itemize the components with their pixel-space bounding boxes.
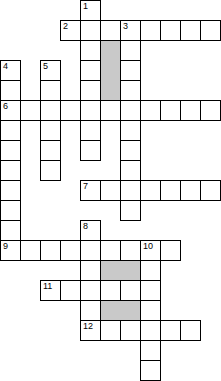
grid-cell[interactable] bbox=[140, 340, 161, 361]
clue-number: 9 bbox=[3, 241, 8, 251]
grid-cell[interactable] bbox=[0, 160, 21, 181]
clue-number: 12 bbox=[83, 321, 93, 331]
grid-cell[interactable] bbox=[40, 100, 61, 121]
shaded-cell bbox=[100, 300, 141, 321]
clue-number: 11 bbox=[43, 281, 52, 291]
grid-cell[interactable]: 7 bbox=[80, 180, 101, 201]
grid-cell[interactable] bbox=[120, 80, 141, 101]
grid-cell[interactable] bbox=[200, 100, 221, 121]
grid-cell[interactable] bbox=[140, 360, 161, 381]
grid-cell[interactable] bbox=[80, 60, 101, 81]
grid-cell[interactable] bbox=[80, 20, 101, 41]
grid-cell[interactable] bbox=[120, 280, 141, 301]
grid-cell[interactable]: 6 bbox=[0, 100, 21, 121]
grid-cell[interactable] bbox=[40, 240, 61, 261]
grid-cell[interactable] bbox=[80, 40, 101, 61]
grid-cell[interactable] bbox=[200, 180, 221, 201]
grid-cell[interactable] bbox=[140, 260, 161, 281]
grid-cell[interactable] bbox=[60, 280, 81, 301]
grid-cell[interactable] bbox=[180, 20, 201, 41]
grid-cell[interactable]: 5 bbox=[40, 60, 61, 81]
grid-cell[interactable] bbox=[80, 80, 101, 101]
grid-cell[interactable] bbox=[40, 140, 61, 161]
grid-cell[interactable] bbox=[120, 240, 141, 261]
grid-cell[interactable] bbox=[100, 180, 121, 201]
clue-number: 3 bbox=[123, 21, 128, 31]
grid-cell[interactable] bbox=[120, 100, 141, 121]
grid-cell[interactable]: 4 bbox=[0, 60, 21, 81]
crossword-board: 123456789101112 bbox=[0, 0, 221, 381]
grid-cell[interactable] bbox=[0, 200, 21, 221]
grid-cell[interactable] bbox=[120, 160, 141, 181]
grid-cell[interactable]: 8 bbox=[80, 220, 101, 241]
grid-cell[interactable]: 3 bbox=[120, 20, 141, 41]
grid-cell[interactable] bbox=[80, 140, 101, 161]
clue-number: 8 bbox=[83, 221, 88, 231]
grid-cell[interactable] bbox=[160, 320, 181, 341]
clue-number: 4 bbox=[3, 61, 8, 71]
grid-cell[interactable] bbox=[140, 180, 161, 201]
grid-cell[interactable] bbox=[120, 60, 141, 81]
grid-cell[interactable] bbox=[140, 280, 161, 301]
grid-cell[interactable] bbox=[120, 140, 141, 161]
grid-cell[interactable] bbox=[160, 100, 181, 121]
grid-cell[interactable] bbox=[100, 320, 121, 341]
grid-cell[interactable] bbox=[200, 20, 221, 41]
grid-cell[interactable]: 12 bbox=[80, 320, 101, 341]
grid-cell[interactable] bbox=[160, 180, 181, 201]
grid-cell[interactable] bbox=[40, 80, 61, 101]
grid-cell[interactable] bbox=[0, 140, 21, 161]
clue-number: 7 bbox=[83, 181, 88, 191]
grid-cell[interactable] bbox=[80, 120, 101, 141]
grid-cell[interactable] bbox=[140, 320, 161, 341]
grid-cell[interactable] bbox=[80, 280, 101, 301]
clue-number: 5 bbox=[43, 61, 48, 71]
grid-cell[interactable] bbox=[80, 260, 101, 281]
grid-cell[interactable] bbox=[180, 320, 201, 341]
grid-cell[interactable] bbox=[80, 300, 101, 321]
shaded-cell bbox=[100, 40, 121, 101]
clue-number: 2 bbox=[63, 21, 68, 31]
grid-cell[interactable] bbox=[100, 100, 121, 121]
grid-cell[interactable]: 1 bbox=[80, 0, 101, 21]
grid-cell[interactable] bbox=[0, 220, 21, 241]
grid-cell[interactable] bbox=[100, 20, 121, 41]
grid-cell[interactable] bbox=[120, 180, 141, 201]
grid-cell[interactable] bbox=[140, 100, 161, 121]
grid-cell[interactable] bbox=[160, 20, 181, 41]
grid-cell[interactable] bbox=[100, 280, 121, 301]
grid-cell[interactable]: 9 bbox=[0, 240, 21, 261]
clue-number: 10 bbox=[143, 241, 153, 251]
grid-cell[interactable] bbox=[120, 320, 141, 341]
grid-cell[interactable]: 10 bbox=[140, 240, 161, 261]
grid-cell[interactable] bbox=[0, 120, 21, 141]
grid-cell[interactable] bbox=[100, 240, 121, 261]
grid-cell[interactable] bbox=[160, 240, 181, 261]
grid-cell[interactable] bbox=[120, 120, 141, 141]
grid-cell[interactable]: 2 bbox=[60, 20, 81, 41]
grid-cell[interactable] bbox=[40, 120, 61, 141]
grid-cell[interactable] bbox=[180, 100, 201, 121]
grid-cell[interactable] bbox=[80, 100, 101, 121]
grid-cell[interactable] bbox=[20, 100, 41, 121]
grid-cell[interactable] bbox=[120, 40, 141, 61]
grid-cell[interactable] bbox=[0, 180, 21, 201]
clue-number: 6 bbox=[3, 101, 8, 111]
grid-cell[interactable] bbox=[140, 20, 161, 41]
clue-number: 1 bbox=[83, 1, 88, 11]
grid-cell[interactable] bbox=[0, 80, 21, 101]
grid-cell[interactable] bbox=[120, 200, 141, 221]
grid-cell[interactable] bbox=[60, 240, 81, 261]
grid-cell[interactable] bbox=[40, 160, 61, 181]
grid-cell[interactable] bbox=[80, 240, 101, 261]
shaded-cell bbox=[100, 260, 141, 281]
grid-cell[interactable] bbox=[60, 100, 81, 121]
grid-cell[interactable] bbox=[180, 180, 201, 201]
grid-cell[interactable] bbox=[20, 240, 41, 261]
grid-cell[interactable] bbox=[140, 300, 161, 321]
grid-cell[interactable]: 11 bbox=[40, 280, 61, 301]
